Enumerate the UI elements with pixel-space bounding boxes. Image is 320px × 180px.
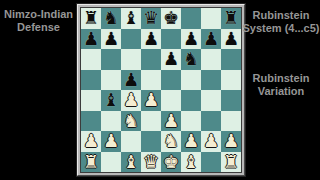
square-g8[interactable] bbox=[201, 8, 221, 29]
square-g2[interactable]: ♟ bbox=[201, 131, 221, 152]
square-f3[interactable] bbox=[181, 111, 201, 132]
square-f5[interactable] bbox=[181, 70, 201, 91]
square-c7[interactable] bbox=[121, 29, 141, 50]
white-pawn[interactable]: ♟ bbox=[83, 131, 99, 151]
square-b4[interactable]: ♝ bbox=[101, 90, 121, 111]
square-h3[interactable] bbox=[221, 111, 241, 132]
black-pawn[interactable]: ♟ bbox=[223, 29, 239, 49]
white-pawn[interactable]: ♟ bbox=[203, 131, 219, 151]
square-e3[interactable]: ♟ bbox=[161, 111, 181, 132]
square-g3[interactable] bbox=[201, 111, 221, 132]
square-d5[interactable] bbox=[141, 70, 161, 91]
square-h1[interactable]: ♜ bbox=[221, 152, 241, 173]
black-bishop[interactable]: ♝ bbox=[123, 8, 139, 28]
square-b8[interactable]: ♞ bbox=[101, 8, 121, 29]
chess-board-frame: ♜♞♝♛♚♜♟♟♟♟♟♟♟♞♟♝♟♟♞♟♟♟♞♟♟♟♜♝♛♚♝♜ bbox=[77, 4, 245, 176]
square-a7[interactable]: ♟ bbox=[81, 29, 101, 50]
video-frame: Nimzo-Indian Defense ♜♞♝♛♚♜♟♟♟♟♟♟♟♞♟♝♟♟♞… bbox=[0, 0, 320, 180]
square-g7[interactable]: ♟ bbox=[201, 29, 221, 50]
square-d2[interactable] bbox=[141, 131, 161, 152]
caption-line: Rubinstein bbox=[242, 72, 320, 85]
white-rook[interactable]: ♜ bbox=[223, 152, 239, 172]
square-d4[interactable]: ♟ bbox=[141, 90, 161, 111]
black-pawn[interactable]: ♟ bbox=[103, 29, 119, 49]
square-b5[interactable] bbox=[101, 70, 121, 91]
square-a1[interactable]: ♜ bbox=[81, 152, 101, 173]
black-rook[interactable]: ♜ bbox=[83, 8, 99, 28]
square-g5[interactable] bbox=[201, 70, 221, 91]
square-e8[interactable]: ♚ bbox=[161, 8, 181, 29]
white-pawn[interactable]: ♟ bbox=[103, 131, 119, 151]
square-e1[interactable]: ♚ bbox=[161, 152, 181, 173]
square-b7[interactable]: ♟ bbox=[101, 29, 121, 50]
white-rook[interactable]: ♜ bbox=[83, 152, 99, 172]
caption-line: Defense bbox=[0, 21, 77, 34]
black-queen[interactable]: ♛ bbox=[143, 8, 159, 28]
black-pawn[interactable]: ♟ bbox=[123, 70, 139, 90]
caption-line: Nimzo-Indian bbox=[0, 8, 77, 21]
square-f1[interactable]: ♝ bbox=[181, 152, 201, 173]
square-h8[interactable]: ♜ bbox=[221, 8, 241, 29]
square-c2[interactable] bbox=[121, 131, 141, 152]
square-h5[interactable] bbox=[221, 70, 241, 91]
square-e6[interactable]: ♟ bbox=[161, 49, 181, 70]
black-bishop[interactable]: ♝ bbox=[103, 90, 119, 110]
square-f6[interactable]: ♞ bbox=[181, 49, 201, 70]
white-pawn[interactable]: ♟ bbox=[143, 90, 159, 110]
black-pawn[interactable]: ♟ bbox=[183, 29, 199, 49]
square-a2[interactable]: ♟ bbox=[81, 131, 101, 152]
variation-name-caption: Rubinstein Variation bbox=[242, 72, 320, 97]
white-pawn[interactable]: ♟ bbox=[223, 131, 239, 151]
square-d7[interactable]: ♟ bbox=[141, 29, 161, 50]
square-h2[interactable]: ♟ bbox=[221, 131, 241, 152]
square-a3[interactable] bbox=[81, 111, 101, 132]
square-h4[interactable] bbox=[221, 90, 241, 111]
black-pawn[interactable]: ♟ bbox=[83, 29, 99, 49]
square-e5[interactable] bbox=[161, 70, 181, 91]
square-g4[interactable] bbox=[201, 90, 221, 111]
white-queen[interactable]: ♛ bbox=[143, 152, 159, 172]
white-knight[interactable]: ♞ bbox=[123, 111, 139, 131]
square-b6[interactable] bbox=[101, 49, 121, 70]
black-knight[interactable]: ♞ bbox=[183, 49, 199, 69]
square-e4[interactable] bbox=[161, 90, 181, 111]
square-f8[interactable] bbox=[181, 8, 201, 29]
square-b2[interactable]: ♟ bbox=[101, 131, 121, 152]
square-f4[interactable] bbox=[181, 90, 201, 111]
square-g6[interactable] bbox=[201, 49, 221, 70]
white-knight[interactable]: ♞ bbox=[163, 131, 179, 151]
square-c4[interactable]: ♟ bbox=[121, 90, 141, 111]
black-rook[interactable]: ♜ bbox=[223, 8, 239, 28]
opening-name-caption: Nimzo-Indian Defense bbox=[0, 8, 77, 33]
white-pawn[interactable]: ♟ bbox=[163, 111, 179, 131]
black-pawn[interactable]: ♟ bbox=[163, 49, 179, 69]
square-b1[interactable] bbox=[101, 152, 121, 173]
square-e7[interactable] bbox=[161, 29, 181, 50]
white-king[interactable]: ♚ bbox=[163, 152, 179, 172]
square-d8[interactable]: ♛ bbox=[141, 8, 161, 29]
square-f7[interactable]: ♟ bbox=[181, 29, 201, 50]
white-bishop[interactable]: ♝ bbox=[123, 152, 139, 172]
square-a5[interactable] bbox=[81, 70, 101, 91]
square-h7[interactable]: ♟ bbox=[221, 29, 241, 50]
square-a6[interactable] bbox=[81, 49, 101, 70]
square-c8[interactable]: ♝ bbox=[121, 8, 141, 29]
black-knight[interactable]: ♞ bbox=[103, 8, 119, 28]
square-d1[interactable]: ♛ bbox=[141, 152, 161, 173]
caption-line: System (4...c5) bbox=[242, 22, 320, 35]
square-h6[interactable] bbox=[221, 49, 241, 70]
square-g1[interactable] bbox=[201, 152, 221, 173]
square-b3[interactable] bbox=[101, 111, 121, 132]
white-pawn[interactable]: ♟ bbox=[123, 90, 139, 110]
square-c1[interactable]: ♝ bbox=[121, 152, 141, 173]
caption-line: Rubinstein bbox=[242, 9, 320, 22]
black-pawn[interactable]: ♟ bbox=[143, 29, 159, 49]
black-king[interactable]: ♚ bbox=[163, 8, 179, 28]
chess-board[interactable]: ♜♞♝♛♚♜♟♟♟♟♟♟♟♞♟♝♟♟♞♟♟♟♞♟♟♟♜♝♛♚♝♜ bbox=[80, 7, 242, 173]
square-a4[interactable] bbox=[81, 90, 101, 111]
white-pawn[interactable]: ♟ bbox=[183, 131, 199, 151]
caption-line: Variation bbox=[242, 85, 320, 98]
square-a8[interactable]: ♜ bbox=[81, 8, 101, 29]
square-d6[interactable] bbox=[141, 49, 161, 70]
square-c3[interactable]: ♞ bbox=[121, 111, 141, 132]
black-pawn[interactable]: ♟ bbox=[203, 29, 219, 49]
square-d3[interactable] bbox=[141, 111, 161, 132]
square-f2[interactable]: ♟ bbox=[181, 131, 201, 152]
square-c6[interactable] bbox=[121, 49, 141, 70]
square-c5[interactable]: ♟ bbox=[121, 70, 141, 91]
system-name-caption: Rubinstein System (4...c5) bbox=[242, 9, 320, 34]
white-bishop[interactable]: ♝ bbox=[183, 152, 199, 172]
square-e2[interactable]: ♞ bbox=[161, 131, 181, 152]
